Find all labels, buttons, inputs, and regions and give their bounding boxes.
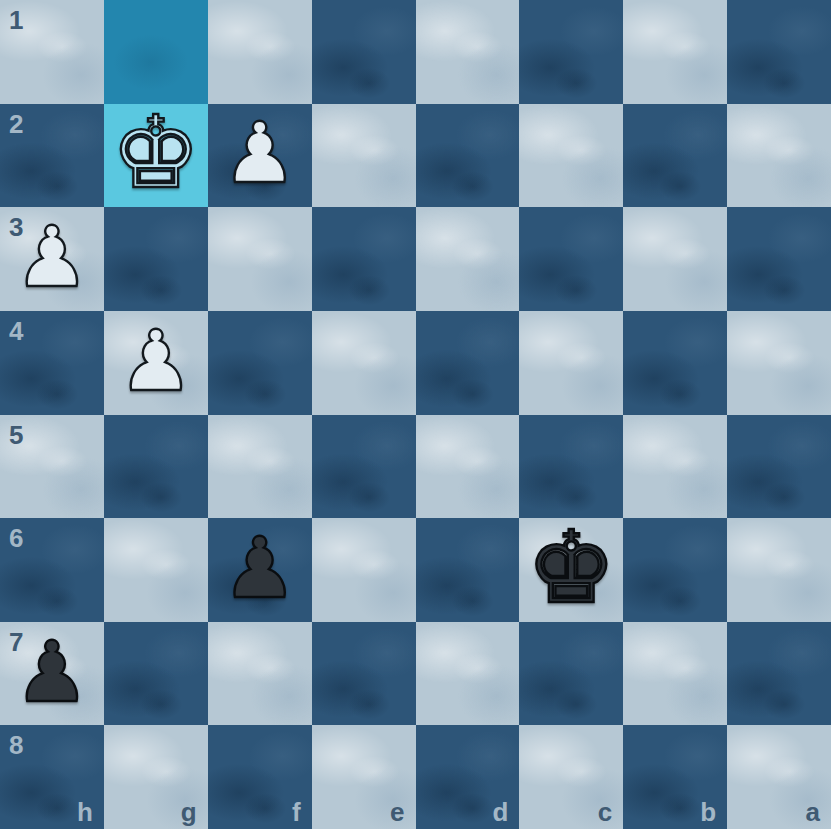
square-d7[interactable] xyxy=(416,622,520,726)
square-e1[interactable] xyxy=(312,0,416,104)
black-king[interactable]: ♚ xyxy=(519,518,623,622)
square-g2[interactable]: ♚ xyxy=(104,104,208,208)
square-f8[interactable]: f xyxy=(208,725,312,829)
black-pawn[interactable]: ♟ xyxy=(208,518,312,622)
square-d4[interactable] xyxy=(416,311,520,415)
square-h8[interactable]: 8h xyxy=(0,725,104,829)
square-c6[interactable]: ♚ xyxy=(519,518,623,622)
square-a4[interactable] xyxy=(727,311,831,415)
square-e4[interactable] xyxy=(312,311,416,415)
square-d2[interactable] xyxy=(416,104,520,208)
square-a2[interactable] xyxy=(727,104,831,208)
chess-board: 12♚♟3♟4♟56♟♚7♟8hgfedcba xyxy=(0,0,831,829)
square-e5[interactable] xyxy=(312,415,416,519)
white-pawn[interactable]: ♟ xyxy=(0,207,104,311)
square-d5[interactable] xyxy=(416,415,520,519)
square-b6[interactable] xyxy=(623,518,727,622)
rank-label-6: 6 xyxy=(9,525,23,551)
square-h6[interactable]: 6 xyxy=(0,518,104,622)
square-e6[interactable] xyxy=(312,518,416,622)
file-label-h: h xyxy=(77,799,93,825)
file-label-a: a xyxy=(806,799,820,825)
square-c3[interactable] xyxy=(519,207,623,311)
file-label-d: d xyxy=(492,799,508,825)
square-c4[interactable] xyxy=(519,311,623,415)
black-pawn[interactable]: ♟ xyxy=(0,622,104,726)
square-c7[interactable] xyxy=(519,622,623,726)
square-h7[interactable]: 7♟ xyxy=(0,622,104,726)
rank-label-2: 2 xyxy=(9,111,23,137)
square-g1[interactable] xyxy=(104,0,208,104)
square-a1[interactable] xyxy=(727,0,831,104)
file-label-c: c xyxy=(598,799,612,825)
square-g5[interactable] xyxy=(104,415,208,519)
white-pawn[interactable]: ♟ xyxy=(208,104,312,208)
square-f7[interactable] xyxy=(208,622,312,726)
square-f1[interactable] xyxy=(208,0,312,104)
chess-app: 12♚♟3♟4♟56♟♚7♟8hgfedcba xyxy=(0,0,831,829)
square-b5[interactable] xyxy=(623,415,727,519)
square-f2[interactable]: ♟ xyxy=(208,104,312,208)
rank-label-4: 4 xyxy=(9,318,23,344)
square-f5[interactable] xyxy=(208,415,312,519)
rank-label-5: 5 xyxy=(9,422,23,448)
square-a5[interactable] xyxy=(727,415,831,519)
square-c1[interactable] xyxy=(519,0,623,104)
square-f6[interactable]: ♟ xyxy=(208,518,312,622)
file-label-e: e xyxy=(390,799,404,825)
file-label-b: b xyxy=(700,799,716,825)
square-h4[interactable]: 4 xyxy=(0,311,104,415)
square-e7[interactable] xyxy=(312,622,416,726)
square-g3[interactable] xyxy=(104,207,208,311)
square-b2[interactable] xyxy=(623,104,727,208)
square-e3[interactable] xyxy=(312,207,416,311)
square-c5[interactable] xyxy=(519,415,623,519)
square-c2[interactable] xyxy=(519,104,623,208)
square-b4[interactable] xyxy=(623,311,727,415)
square-h5[interactable]: 5 xyxy=(0,415,104,519)
square-b3[interactable] xyxy=(623,207,727,311)
square-a3[interactable] xyxy=(727,207,831,311)
file-label-g: g xyxy=(181,799,197,825)
square-d6[interactable] xyxy=(416,518,520,622)
white-pawn[interactable]: ♟ xyxy=(104,311,208,415)
square-a6[interactable] xyxy=(727,518,831,622)
square-e2[interactable] xyxy=(312,104,416,208)
square-b1[interactable] xyxy=(623,0,727,104)
rank-label-1: 1 xyxy=(9,7,23,33)
square-h3[interactable]: 3♟ xyxy=(0,207,104,311)
square-f3[interactable] xyxy=(208,207,312,311)
square-d8[interactable]: d xyxy=(416,725,520,829)
square-c8[interactable]: c xyxy=(519,725,623,829)
square-g7[interactable] xyxy=(104,622,208,726)
square-h1[interactable]: 1 xyxy=(0,0,104,104)
square-a8[interactable]: a xyxy=(727,725,831,829)
square-b7[interactable] xyxy=(623,622,727,726)
square-g6[interactable] xyxy=(104,518,208,622)
white-king[interactable]: ♚ xyxy=(104,104,208,208)
square-h2[interactable]: 2 xyxy=(0,104,104,208)
square-g4[interactable]: ♟ xyxy=(104,311,208,415)
square-d1[interactable] xyxy=(416,0,520,104)
square-a7[interactable] xyxy=(727,622,831,726)
square-f4[interactable] xyxy=(208,311,312,415)
file-label-f: f xyxy=(292,799,301,825)
square-e8[interactable]: e xyxy=(312,725,416,829)
square-d3[interactable] xyxy=(416,207,520,311)
square-b8[interactable]: b xyxy=(623,725,727,829)
square-g8[interactable]: g xyxy=(104,725,208,829)
rank-label-8: 8 xyxy=(9,732,23,758)
